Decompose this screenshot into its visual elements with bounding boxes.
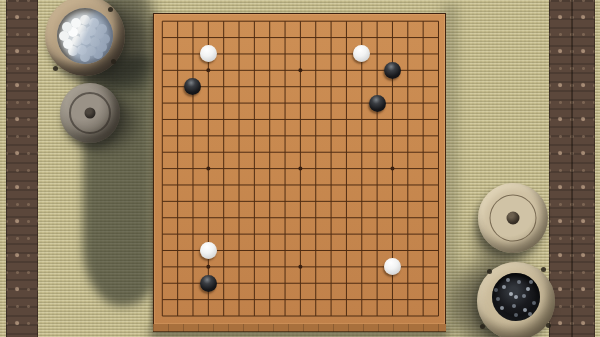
rim-mark [111, 59, 116, 64]
lid-knob [85, 108, 96, 119]
board-surface[interactable] [153, 13, 446, 325]
white-stone[interactable] [200, 45, 217, 62]
black-stone-bowl[interactable] [477, 262, 555, 337]
black-stone[interactable] [184, 78, 201, 95]
board-side-edge [153, 324, 446, 332]
rim-mark [108, 7, 113, 12]
rim-mark [487, 269, 492, 274]
white-stone-bowl[interactable] [45, 0, 125, 76]
rim-mark [53, 66, 58, 71]
black-stone[interactable] [200, 275, 217, 292]
rim-mark [480, 324, 485, 329]
black-bowl-lid[interactable] [478, 183, 548, 253]
stones-layer [154, 14, 445, 324]
tatami-border-left [6, 0, 38, 337]
black-bowl-opening[interactable] [492, 273, 540, 321]
white-stone[interactable] [384, 258, 401, 275]
rim-mark [541, 267, 546, 272]
tatami-border-right-outer [572, 0, 595, 337]
lid-knob [507, 212, 520, 225]
white-stone[interactable] [200, 242, 217, 259]
black-stones-pile[interactable] [514, 295, 518, 299]
black-stone[interactable] [384, 62, 401, 79]
white-stone[interactable] [353, 45, 370, 62]
tatami-background: { "game": { "type": "go", "board_size": … [0, 0, 600, 337]
go-board[interactable] [153, 13, 446, 331]
white-bowl-shade-overlay [57, 8, 113, 64]
white-bowl-lid[interactable] [60, 83, 120, 143]
rim-mark [546, 323, 551, 328]
black-stone[interactable] [369, 95, 386, 112]
